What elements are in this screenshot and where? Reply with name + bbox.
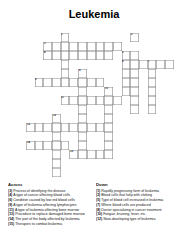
grid-blank	[156, 105, 165, 114]
grid-blank	[35, 114, 44, 123]
grid-blank	[130, 123, 139, 132]
grid-cell[interactable]	[52, 123, 61, 132]
clue-text: Blood cells that help with clotting	[101, 193, 152, 197]
grid-cell[interactable]	[104, 123, 113, 132]
grid-cell[interactable]	[87, 96, 96, 105]
grid-blank	[156, 168, 165, 177]
grid-blank	[104, 78, 113, 87]
grid-cell[interactable]	[78, 51, 87, 60]
grid-blank	[148, 114, 157, 123]
grid-blank	[139, 168, 148, 177]
grid-cell[interactable]	[52, 159, 61, 168]
grid-blank	[35, 42, 44, 51]
cell-number: 12	[53, 114, 56, 117]
cell-number: 11	[61, 96, 64, 99]
grid-blank	[96, 69, 105, 78]
grid-blank	[165, 105, 174, 114]
grid-blank	[165, 114, 174, 123]
grid-cell[interactable]	[96, 123, 105, 132]
grid-blank	[69, 168, 78, 177]
grid-blank	[139, 159, 148, 168]
grid-cell[interactable]	[104, 96, 113, 105]
grid-cell[interactable]	[130, 51, 139, 60]
grid-cell[interactable]	[96, 96, 105, 105]
grid-blank	[165, 141, 174, 150]
grid-blank	[96, 168, 105, 177]
clue-text: Doctor specializing in cancer treatment	[101, 207, 161, 211]
grid-blank	[113, 69, 122, 78]
grid-blank	[43, 132, 52, 141]
grid-blank	[165, 87, 174, 96]
grid-blank	[165, 33, 174, 42]
grid-blank	[122, 159, 131, 168]
grid-blank	[96, 87, 105, 96]
grid-blank	[139, 87, 148, 96]
grid-blank	[148, 42, 157, 51]
grid-cell[interactable]	[130, 105, 139, 114]
grid-blank	[156, 150, 165, 159]
grid-blank	[69, 132, 78, 141]
grid-blank	[96, 132, 105, 141]
grid-blank	[69, 105, 78, 114]
grid-blank	[78, 168, 87, 177]
grid-cell[interactable]	[104, 105, 113, 114]
grid-blank	[122, 114, 131, 123]
grid-cell[interactable]	[148, 96, 157, 105]
grid-blank	[26, 114, 35, 123]
grid-cell[interactable]	[139, 60, 148, 69]
cell-number: 4	[44, 51, 46, 54]
grid-blank	[69, 33, 78, 42]
grid-cell[interactable]	[130, 87, 139, 96]
grid-blank	[26, 168, 35, 177]
grid-blank	[122, 123, 131, 132]
grid-cell[interactable]	[78, 87, 87, 96]
grid-blank	[96, 105, 105, 114]
grid-cell[interactable]	[156, 60, 165, 69]
grid-blank	[165, 96, 174, 105]
grid-cell[interactable]	[130, 69, 139, 78]
grid-blank	[148, 51, 157, 60]
grid-cell[interactable]	[61, 42, 70, 51]
grid-blank	[35, 159, 44, 168]
grid-blank	[87, 105, 96, 114]
grid-cell[interactable]	[104, 132, 113, 141]
grid-blank	[165, 78, 174, 87]
grid-cell[interactable]	[87, 150, 96, 159]
grid-blank	[113, 87, 122, 96]
grid-cell[interactable]	[113, 96, 122, 105]
grid-cell[interactable]: 1	[61, 33, 70, 42]
grid-blank	[139, 132, 148, 141]
grid-cell[interactable]	[69, 123, 78, 132]
grid-cell[interactable]	[35, 123, 44, 132]
grid-cell[interactable]	[52, 150, 61, 159]
grid-blank	[156, 87, 165, 96]
grid-blank	[148, 168, 157, 177]
grid-blank	[156, 132, 165, 141]
clue-text: Where blood cells are produced	[101, 203, 150, 207]
grid-cell[interactable]: 8	[78, 69, 87, 78]
grid-cell[interactable]	[148, 105, 157, 114]
grid-blank	[35, 87, 44, 96]
grid-cell[interactable]: 3	[43, 42, 52, 51]
grid-cell[interactable]	[61, 78, 70, 87]
grid-cell[interactable]	[104, 141, 113, 150]
grid-blank	[87, 159, 96, 168]
grid-blank	[61, 159, 70, 168]
grid-blank	[69, 69, 78, 78]
clue-text: Slow-developing type of leukemia	[103, 217, 155, 221]
grid-cell[interactable]	[69, 96, 78, 105]
grid-cell[interactable]	[43, 123, 52, 132]
grid-cell[interactable]	[87, 51, 96, 60]
grid-blank	[87, 132, 96, 141]
grid-blank	[156, 123, 165, 132]
cell-number: 5	[122, 51, 124, 54]
grid-blank	[113, 114, 122, 123]
grid-blank	[52, 33, 61, 42]
grid-blank	[156, 141, 165, 150]
grid-blank	[113, 159, 122, 168]
grid-cell[interactable]	[61, 51, 70, 60]
grid-blank	[35, 51, 44, 60]
grid-cell[interactable]	[87, 78, 96, 87]
grid-blank	[122, 132, 131, 141]
grid-blank	[26, 33, 35, 42]
grid-blank	[26, 60, 35, 69]
clue-text: Procedure to replace damaged bone marrow	[15, 212, 84, 216]
grid-blank	[78, 159, 87, 168]
grid-blank	[35, 105, 44, 114]
grid-cell[interactable]	[122, 78, 131, 87]
grid-cell[interactable]	[104, 42, 113, 51]
grid-blank	[61, 105, 70, 114]
grid-blank	[35, 96, 44, 105]
grid-cell[interactable]: 14	[26, 141, 35, 150]
grid-blank	[104, 60, 113, 69]
down-clue-list: (1) Rapidly progressing form of leukemia…	[96, 188, 182, 221]
grid-blank	[43, 33, 52, 42]
grid-blank	[43, 105, 52, 114]
cell-number: 2	[131, 33, 133, 36]
grid-cell[interactable]	[52, 42, 61, 51]
grid-blank	[156, 33, 165, 42]
grid-cell[interactable]	[78, 123, 87, 132]
grid-blank	[96, 114, 105, 123]
grid-cell[interactable]	[61, 60, 70, 69]
grid-blank	[156, 69, 165, 78]
grid-cell[interactable]	[61, 141, 70, 150]
grid-blank	[139, 42, 148, 51]
grid-blank	[26, 159, 35, 168]
grid-blank	[130, 132, 139, 141]
grid-cell[interactable]	[78, 150, 87, 159]
cell-number: 1	[61, 33, 63, 36]
grid-cell[interactable]	[78, 114, 87, 123]
grid-blank	[35, 150, 44, 159]
grid-blank	[61, 114, 70, 123]
grid-cell[interactable]	[104, 150, 113, 159]
clue-text: Therapies to combat leukemia	[15, 221, 62, 225]
grid-blank	[122, 150, 131, 159]
grid-blank	[43, 69, 52, 78]
grid-cell[interactable]	[104, 51, 113, 60]
grid-blank	[139, 150, 148, 159]
grid-cell[interactable]	[130, 78, 139, 87]
grid-blank	[26, 78, 35, 87]
clue-text: Condition caused by low red blood cells	[13, 198, 74, 202]
grid-blank	[35, 168, 44, 177]
clue-text: A type of leukemia affecting bone marrow	[15, 207, 79, 211]
grid-blank	[130, 150, 139, 159]
grid-blank	[122, 96, 131, 105]
grid-blank	[130, 159, 139, 168]
grid-blank	[113, 33, 122, 42]
clue-text: Type of blood cell increased in leukemia	[101, 198, 163, 202]
grid-blank	[61, 87, 70, 96]
grid-blank	[43, 60, 52, 69]
grid-blank	[139, 105, 148, 114]
grid-cell[interactable]	[43, 141, 52, 150]
cell-number: 3	[44, 42, 46, 45]
grid-blank	[122, 168, 131, 177]
grid-cell[interactable]	[148, 87, 157, 96]
grid-blank	[61, 150, 70, 159]
grid-blank	[96, 159, 105, 168]
grid-cell[interactable]	[130, 60, 139, 69]
grid-cell[interactable]	[52, 132, 61, 141]
grid-blank	[122, 141, 131, 150]
grid-blank	[43, 96, 52, 105]
grid-blank	[43, 150, 52, 159]
across-clues-section: Across (3) Process of identifying the di…	[8, 182, 94, 226]
grid-blank	[113, 123, 122, 132]
grid-blank	[122, 33, 131, 42]
grid-cell[interactable]	[43, 78, 52, 87]
grid-blank	[61, 132, 70, 141]
grid-blank	[78, 33, 87, 42]
clue-text: Rapidly progressing form of leukemia	[101, 189, 159, 193]
grid-blank	[165, 132, 174, 141]
across-clue-list: (3) Process of identifying the disease(4…	[8, 188, 94, 226]
grid-blank	[43, 168, 52, 177]
grid-blank	[139, 51, 148, 60]
grid-cell[interactable]: 2	[130, 33, 139, 42]
clue-text: A type of leukemia affecting lymphocytes	[13, 203, 76, 207]
grid-blank	[26, 150, 35, 159]
grid-cell[interactable]: 7	[148, 60, 157, 69]
grid-cell[interactable]: 6	[122, 60, 131, 69]
grid-blank	[130, 42, 139, 51]
grid-cell[interactable]	[78, 78, 87, 87]
grid-blank	[113, 150, 122, 159]
down-clues-section: Down (1) Rapidly progressing form of leu…	[96, 182, 182, 221]
grid-blank	[165, 51, 174, 60]
grid-blank	[69, 87, 78, 96]
grid-blank	[148, 132, 157, 141]
cell-number: 6	[122, 60, 124, 63]
grid-blank	[87, 69, 96, 78]
grid-blank	[165, 168, 174, 177]
grid-blank	[78, 60, 87, 69]
grid-blank	[26, 69, 35, 78]
clue-text: The part of the body affected by leukemi…	[15, 217, 79, 221]
grid-blank	[139, 78, 148, 87]
grid-blank	[148, 150, 157, 159]
grid-blank	[96, 60, 105, 69]
grid-blank	[26, 96, 35, 105]
grid-blank	[35, 60, 44, 69]
grid-blank	[87, 114, 96, 123]
grid-cell[interactable]	[96, 51, 105, 60]
grid-cell[interactable]: 4	[43, 51, 52, 60]
grid-blank	[52, 96, 61, 105]
grid-blank	[52, 87, 61, 96]
grid-blank	[61, 168, 70, 177]
grid-blank	[156, 114, 165, 123]
grid-blank	[156, 51, 165, 60]
grid-cell[interactable]	[78, 96, 87, 105]
grid-blank	[26, 87, 35, 96]
grid-blank	[130, 141, 139, 150]
grid-cell[interactable]	[96, 150, 105, 159]
page-title: Leukemia	[0, 8, 188, 20]
grid-blank	[165, 69, 174, 78]
grid-cell[interactable]	[122, 69, 131, 78]
grid-blank	[113, 141, 122, 150]
grid-blank	[165, 42, 174, 51]
grid-cell[interactable]	[113, 42, 122, 51]
grid-cell[interactable]	[96, 78, 105, 87]
grid-cell[interactable]: 10	[104, 87, 113, 96]
clue-item: (15) Therapies to combat leukemia	[8, 221, 94, 226]
grid-blank	[87, 87, 96, 96]
clue-text: Fatigue, bruising, fever, etc.	[103, 212, 146, 216]
grid-cell[interactable]	[78, 105, 87, 114]
grid-blank	[69, 159, 78, 168]
grid-cell[interactable]	[78, 141, 87, 150]
grid-blank	[165, 123, 174, 132]
grid-blank	[69, 141, 78, 150]
grid-cell[interactable]	[122, 87, 131, 96]
grid-blank	[87, 33, 96, 42]
grid-cell[interactable]	[61, 69, 70, 78]
grid-blank	[43, 114, 52, 123]
grid-blank	[156, 78, 165, 87]
crossword-grid: 123456789101112131415	[26, 33, 174, 177]
cell-number: 13	[27, 123, 30, 126]
grid-blank	[52, 105, 61, 114]
grid-cell[interactable]	[52, 51, 61, 60]
cell-number: 15	[70, 150, 73, 153]
grid-blank	[113, 105, 122, 114]
grid-cell[interactable]: 12	[52, 114, 61, 123]
grid-blank	[139, 141, 148, 150]
grid-blank	[87, 60, 96, 69]
grid-blank	[113, 132, 122, 141]
grid-blank	[104, 33, 113, 42]
grid-blank	[156, 159, 165, 168]
grid-cell[interactable]	[104, 114, 113, 123]
grid-cell[interactable]	[130, 96, 139, 105]
grid-cell[interactable]	[52, 141, 61, 150]
grid-cell[interactable]	[78, 132, 87, 141]
grid-blank	[43, 159, 52, 168]
grid-blank	[148, 141, 157, 150]
grid-blank	[35, 132, 44, 141]
grid-cell[interactable]	[69, 42, 78, 51]
grid-blank	[122, 105, 131, 114]
clue-number: (11)	[8, 207, 15, 211]
grid-cell[interactable]: 13	[26, 123, 35, 132]
grid-cell[interactable]	[96, 42, 105, 51]
grid-blank	[148, 123, 157, 132]
grid-cell[interactable]	[148, 78, 157, 87]
grid-blank	[96, 141, 105, 150]
down-header: Down	[96, 182, 182, 187]
grid-blank	[26, 132, 35, 141]
grid-cell[interactable]	[87, 123, 96, 132]
grid-blank	[69, 114, 78, 123]
grid-blank	[148, 159, 157, 168]
grid-blank	[96, 33, 105, 42]
grid-blank	[52, 60, 61, 69]
grid-blank	[26, 42, 35, 51]
grid-blank	[148, 33, 157, 42]
grid-blank	[156, 42, 165, 51]
grid-blank	[165, 150, 174, 159]
grid-cell[interactable]	[78, 42, 87, 51]
grid-blank	[87, 141, 96, 150]
grid-blank	[35, 69, 44, 78]
grid-cell[interactable]	[61, 123, 70, 132]
grid-cell[interactable]	[52, 168, 61, 177]
grid-cell[interactable]: 9	[35, 78, 44, 87]
grid-cell[interactable]	[35, 141, 44, 150]
grid-blank	[113, 51, 122, 60]
grid-blank	[104, 168, 113, 177]
grid-cell[interactable]	[52, 78, 61, 87]
grid-cell[interactable]: 5	[122, 51, 131, 60]
grid-cell[interactable]	[69, 78, 78, 87]
grid-blank	[139, 33, 148, 42]
grid-blank	[130, 168, 139, 177]
grid-blank	[139, 123, 148, 132]
grid-cell[interactable]: 11	[61, 96, 70, 105]
grid-blank	[113, 60, 122, 69]
grid-blank	[69, 60, 78, 69]
grid-blank	[165, 159, 174, 168]
grid-cell[interactable]	[69, 51, 78, 60]
cell-number: 10	[105, 87, 108, 90]
cell-number: 7	[148, 60, 150, 63]
cell-number: 9	[35, 78, 37, 81]
grid-blank	[26, 51, 35, 60]
cell-number: 8	[79, 69, 81, 72]
grid-cell[interactable]	[165, 60, 174, 69]
grid-cell[interactable]	[87, 42, 96, 51]
clue-item: (12) Slow-developing type of leukemia	[96, 216, 182, 221]
grid-blank	[43, 87, 52, 96]
grid-cell[interactable]: 15	[69, 150, 78, 159]
grid-blank	[122, 42, 131, 51]
grid-cell[interactable]	[148, 69, 157, 78]
grid-blank	[104, 159, 113, 168]
grid-blank	[113, 78, 122, 87]
grid-blank	[35, 33, 44, 42]
grid-blank	[104, 69, 113, 78]
